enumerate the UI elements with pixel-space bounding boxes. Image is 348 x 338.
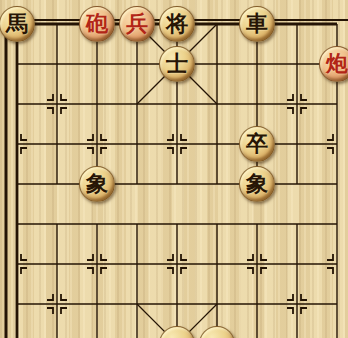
piece-black-horse[interactable]: 馬 xyxy=(0,6,35,42)
xiangqi-board: 馬砲兵将車士炮卒象象 xyxy=(0,0,348,338)
piece-glyph: 車 xyxy=(246,13,268,35)
piece-red-cannon[interactable]: 炮 xyxy=(319,46,348,82)
piece-black-advisor[interactable]: 士 xyxy=(159,46,195,82)
piece-red-cannon[interactable]: 砲 xyxy=(79,6,115,42)
piece-glyph: 卒 xyxy=(246,133,268,155)
piece-black-soldier[interactable]: 卒 xyxy=(239,126,275,162)
piece-glyph: 将 xyxy=(166,13,188,35)
piece-black-chariot[interactable]: 車 xyxy=(239,6,275,42)
piece-glyph: 象 xyxy=(246,173,268,195)
piece-glyph: 馬 xyxy=(6,13,28,35)
piece-glyph: 兵 xyxy=(126,13,148,35)
piece-glyph: 砲 xyxy=(86,13,108,35)
piece-black-general[interactable]: 将 xyxy=(159,6,195,42)
piece-glyph: 士 xyxy=(166,53,188,75)
piece-red-soldier[interactable]: 兵 xyxy=(119,6,155,42)
piece-glyph: 炮 xyxy=(326,53,348,75)
piece-black-elephant[interactable]: 象 xyxy=(79,166,115,202)
piece-black-elephant[interactable]: 象 xyxy=(239,166,275,202)
piece-glyph: 象 xyxy=(86,173,108,195)
